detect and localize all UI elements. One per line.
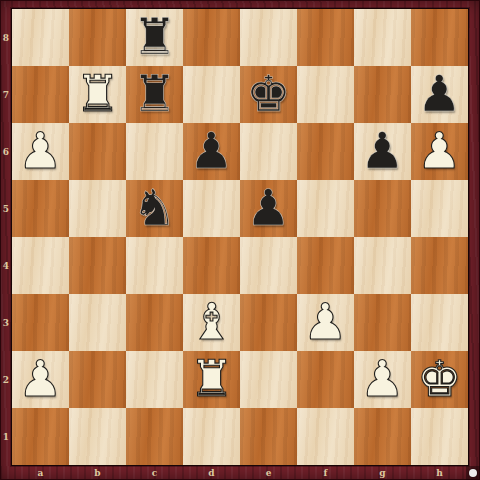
square-f5[interactable] [297,180,354,237]
black-pawn-e5[interactable]: ♟ [240,180,297,237]
square-d2[interactable]: ♜ [183,351,240,408]
rank-label-8: 8 [0,9,12,66]
square-g5[interactable] [354,180,411,237]
square-g8[interactable] [354,9,411,66]
rank-label-5: 5 [0,180,12,237]
square-c6[interactable] [126,123,183,180]
square-b1[interactable] [69,408,126,465]
black-pawn-h7[interactable]: ♟ [411,66,468,123]
square-c5[interactable]: ♞ [126,180,183,237]
square-b7[interactable]: ♜ [69,66,126,123]
square-b3[interactable] [69,294,126,351]
file-label-g: g [354,465,411,480]
square-f8[interactable] [297,9,354,66]
square-e7[interactable]: ♚ [240,66,297,123]
file-labels: abcdefgh [12,465,468,480]
white-to-move-dot-icon [469,469,477,477]
square-g1[interactable] [354,408,411,465]
white-bishop-d3[interactable]: ♝ [183,294,240,351]
black-pawn-g6[interactable]: ♟ [354,123,411,180]
square-e6[interactable] [240,123,297,180]
black-rook-c7[interactable]: ♜ [126,66,183,123]
square-f4[interactable] [297,237,354,294]
rank-label-1: 1 [0,408,12,465]
black-king-e7[interactable]: ♚ [240,66,297,123]
square-a1[interactable] [12,408,69,465]
square-h1[interactable] [411,408,468,465]
square-g2[interactable]: ♟ [354,351,411,408]
square-h6[interactable]: ♟ [411,123,468,180]
file-label-b: b [69,465,126,480]
rank-label-4: 4 [0,237,12,294]
square-c1[interactable] [126,408,183,465]
square-b5[interactable] [69,180,126,237]
square-d3[interactable]: ♝ [183,294,240,351]
square-e3[interactable] [240,294,297,351]
square-b6[interactable] [69,123,126,180]
file-label-c: c [126,465,183,480]
square-g6[interactable]: ♟ [354,123,411,180]
white-pawn-f3[interactable]: ♟ [297,294,354,351]
square-h3[interactable] [411,294,468,351]
square-c8[interactable]: ♜ [126,9,183,66]
chess-board: ♜♜♜♚♟♟♟♟♟♞♟♝♟♟♜♟♚ [12,9,468,465]
file-label-e: e [240,465,297,480]
square-h2[interactable]: ♚ [411,351,468,408]
square-g7[interactable] [354,66,411,123]
black-rook-c8[interactable]: ♜ [126,9,183,66]
square-e4[interactable] [240,237,297,294]
square-e8[interactable] [240,9,297,66]
square-f2[interactable] [297,351,354,408]
square-e2[interactable] [240,351,297,408]
square-f6[interactable] [297,123,354,180]
square-a8[interactable] [12,9,69,66]
square-c7[interactable]: ♜ [126,66,183,123]
square-f3[interactable]: ♟ [297,294,354,351]
square-a2[interactable]: ♟ [12,351,69,408]
rank-label-6: 6 [0,123,12,180]
white-pawn-a6[interactable]: ♟ [12,123,69,180]
file-label-d: d [183,465,240,480]
square-a5[interactable] [12,180,69,237]
rank-label-7: 7 [0,66,12,123]
rank-label-2: 2 [0,351,12,408]
square-d4[interactable] [183,237,240,294]
square-d7[interactable] [183,66,240,123]
square-a3[interactable] [12,294,69,351]
square-e5[interactable]: ♟ [240,180,297,237]
square-d1[interactable] [183,408,240,465]
square-f1[interactable] [297,408,354,465]
file-label-h: h [411,465,468,480]
square-c2[interactable] [126,351,183,408]
square-d5[interactable] [183,180,240,237]
square-b8[interactable] [69,9,126,66]
file-label-f: f [297,465,354,480]
white-pawn-g2[interactable]: ♟ [354,351,411,408]
white-rook-d2[interactable]: ♜ [183,351,240,408]
square-h4[interactable] [411,237,468,294]
square-f7[interactable] [297,66,354,123]
square-c4[interactable] [126,237,183,294]
square-g3[interactable] [354,294,411,351]
side-to-move-indicator [466,466,480,480]
rank-labels: 87654321 [0,9,12,465]
square-h8[interactable] [411,9,468,66]
square-b2[interactable] [69,351,126,408]
white-rook-b7[interactable]: ♜ [69,66,126,123]
square-a7[interactable] [12,66,69,123]
white-pawn-a2[interactable]: ♟ [12,351,69,408]
square-a6[interactable]: ♟ [12,123,69,180]
square-h7[interactable]: ♟ [411,66,468,123]
rank-label-3: 3 [0,294,12,351]
square-h5[interactable] [411,180,468,237]
square-a4[interactable] [12,237,69,294]
square-c3[interactable] [126,294,183,351]
white-pawn-h6[interactable]: ♟ [411,123,468,180]
square-g4[interactable] [354,237,411,294]
black-knight-c5[interactable]: ♞ [126,180,183,237]
white-king-h2[interactable]: ♚ [411,351,468,408]
square-d8[interactable] [183,9,240,66]
square-e1[interactable] [240,408,297,465]
file-label-a: a [12,465,69,480]
black-pawn-d6[interactable]: ♟ [183,123,240,180]
square-b4[interactable] [69,237,126,294]
square-d6[interactable]: ♟ [183,123,240,180]
chess-diagram: ♜♜♜♚♟♟♟♟♟♞♟♝♟♟♜♟♚ 87654321 abcdefgh [0,0,480,480]
